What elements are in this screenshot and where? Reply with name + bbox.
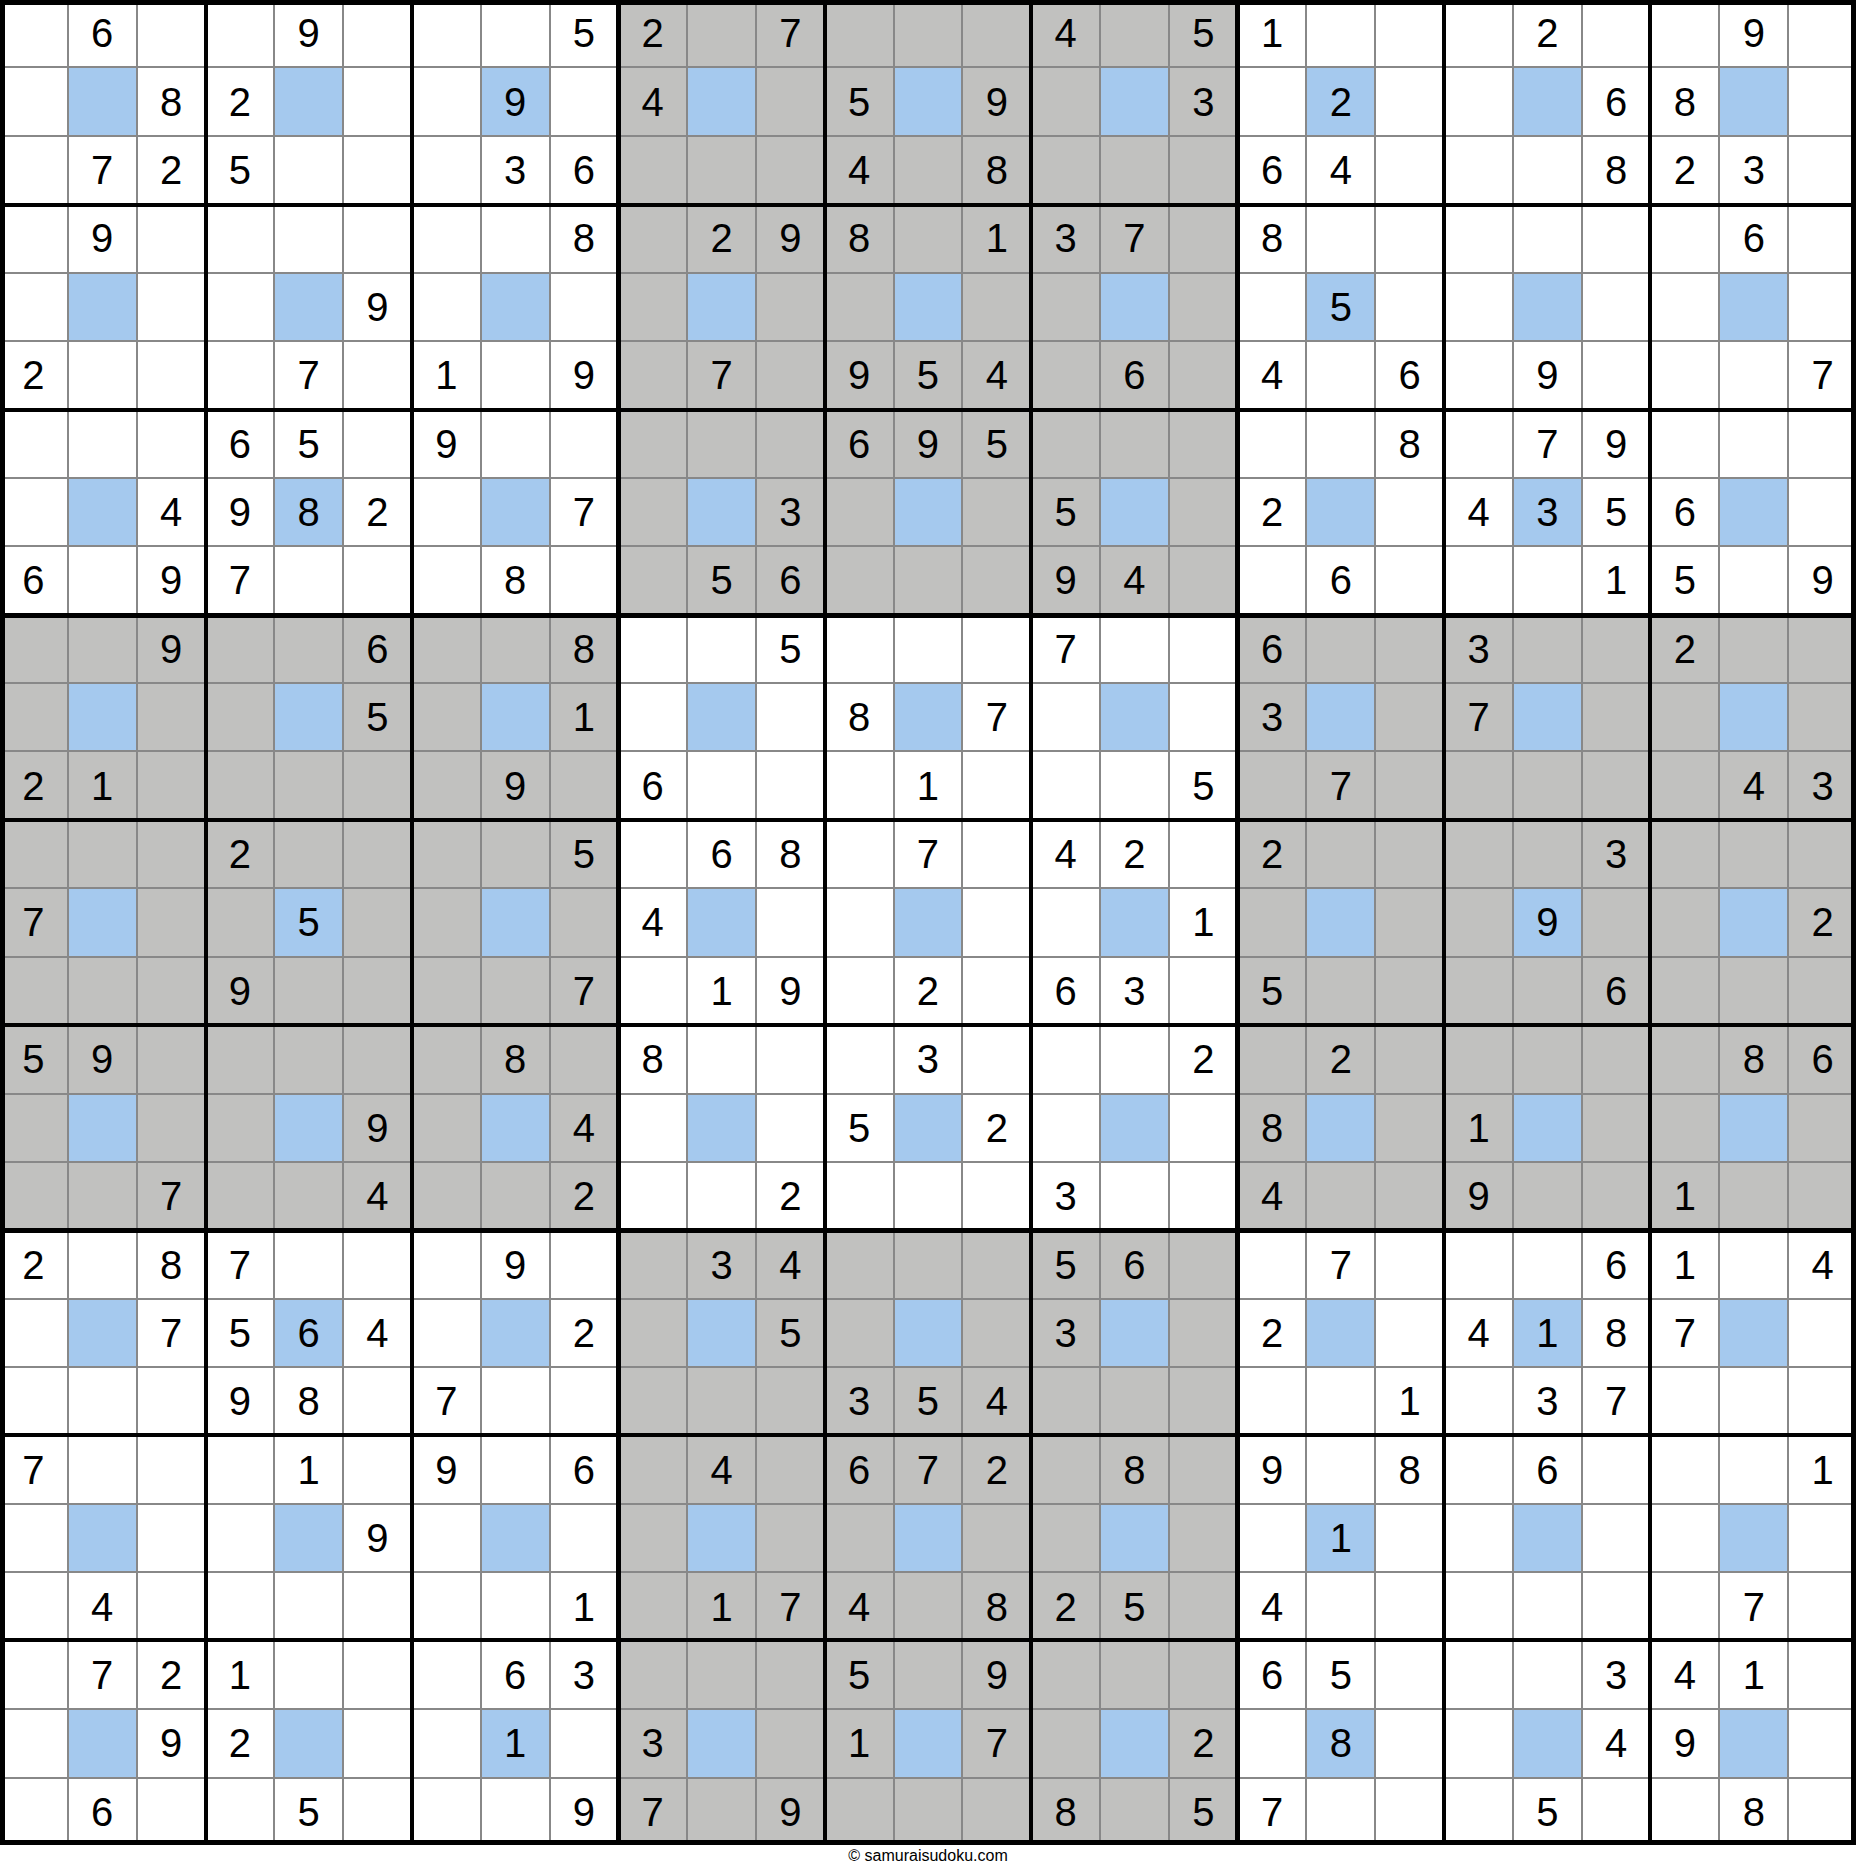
cell-r12c4[interactable] bbox=[275, 821, 342, 887]
center-cell-r7c19[interactable] bbox=[1307, 479, 1374, 545]
center-cell-r16c16[interactable] bbox=[1101, 1095, 1168, 1161]
center-cell-r7c10[interactable] bbox=[688, 479, 755, 545]
cell-r18c22[interactable] bbox=[1514, 1231, 1581, 1297]
cell-r20c7[interactable] bbox=[482, 1368, 549, 1434]
center-cell-r4c25[interactable] bbox=[1720, 274, 1787, 340]
cell-r11c15[interactable] bbox=[1032, 752, 1099, 818]
cell-r8c17[interactable] bbox=[1170, 547, 1237, 613]
cell-r17c13[interactable] bbox=[895, 1163, 962, 1229]
cell-r8c9[interactable] bbox=[619, 547, 686, 613]
cell-r24c10[interactable] bbox=[688, 1642, 755, 1708]
cell-r15c12[interactable] bbox=[826, 1026, 893, 1092]
cell-r23c3[interactable] bbox=[206, 1573, 273, 1639]
cell-r11c20[interactable] bbox=[1376, 752, 1443, 818]
cell-r14c2[interactable] bbox=[138, 958, 205, 1024]
cell-r20c0[interactable] bbox=[0, 1368, 67, 1434]
cell-r16c3[interactable] bbox=[206, 1095, 273, 1161]
cell-r12c6[interactable] bbox=[413, 821, 480, 887]
cell-r17c20[interactable] bbox=[1376, 1163, 1443, 1229]
center-cell-r13c13[interactable] bbox=[895, 889, 962, 955]
center-cell-r22c25[interactable] bbox=[1720, 1505, 1787, 1571]
cell-r8c13[interactable] bbox=[895, 547, 962, 613]
cell-r12c26[interactable] bbox=[1789, 821, 1856, 887]
cell-r9c14[interactable] bbox=[963, 616, 1030, 682]
cell-r15c23[interactable] bbox=[1583, 1026, 1650, 1092]
cell-r24c21[interactable] bbox=[1445, 1642, 1512, 1708]
cell-r13c5[interactable] bbox=[344, 889, 411, 955]
center-cell-r25c25[interactable] bbox=[1720, 1710, 1787, 1776]
cell-r11c12[interactable] bbox=[826, 752, 893, 818]
cell-r12c14[interactable] bbox=[963, 821, 1030, 887]
cell-r15c14[interactable] bbox=[963, 1026, 1030, 1092]
cell-r26c12[interactable] bbox=[826, 1779, 893, 1845]
cell-r6c7[interactable] bbox=[482, 410, 549, 476]
cell-r20c1[interactable] bbox=[69, 1368, 136, 1434]
cell-r25c8[interactable] bbox=[551, 1710, 618, 1776]
cell-r18c21[interactable] bbox=[1445, 1231, 1512, 1297]
cell-r2c17[interactable] bbox=[1170, 137, 1237, 203]
cell-r17c1[interactable] bbox=[69, 1163, 136, 1229]
cell-r22c0[interactable] bbox=[0, 1505, 67, 1571]
cell-r1c15[interactable] bbox=[1032, 68, 1099, 134]
cell-r5c7[interactable] bbox=[482, 342, 549, 408]
cell-r7c12[interactable] bbox=[826, 479, 893, 545]
cell-r7c26[interactable] bbox=[1789, 479, 1856, 545]
cell-r9c0[interactable] bbox=[0, 616, 67, 682]
cell-r17c22[interactable] bbox=[1514, 1163, 1581, 1229]
center-cell-r10c25[interactable] bbox=[1720, 684, 1787, 750]
cell-r12c21[interactable] bbox=[1445, 821, 1512, 887]
cell-r14c24[interactable] bbox=[1652, 958, 1719, 1024]
center-cell-r13c1[interactable] bbox=[69, 889, 136, 955]
cell-r12c5[interactable] bbox=[344, 821, 411, 887]
cell-r6c25[interactable] bbox=[1720, 410, 1787, 476]
center-cell-r1c4[interactable] bbox=[275, 68, 342, 134]
cell-r21c24[interactable] bbox=[1652, 1437, 1719, 1503]
center-cell-r4c7[interactable] bbox=[482, 274, 549, 340]
cell-r0c6[interactable] bbox=[413, 0, 480, 66]
cell-r15c24[interactable] bbox=[1652, 1026, 1719, 1092]
cell-r18c18[interactable] bbox=[1239, 1231, 1306, 1297]
cell-r17c12[interactable] bbox=[826, 1163, 893, 1229]
cell-r23c13[interactable] bbox=[895, 1573, 962, 1639]
cell-r14c5[interactable] bbox=[344, 958, 411, 1024]
cell-r17c3[interactable] bbox=[206, 1163, 273, 1229]
cell-r24c13[interactable] bbox=[895, 1642, 962, 1708]
cell-r6c15[interactable] bbox=[1032, 410, 1099, 476]
cell-r10c17[interactable] bbox=[1170, 684, 1237, 750]
cell-r24c15[interactable] bbox=[1032, 1642, 1099, 1708]
cell-r20c8[interactable] bbox=[551, 1368, 618, 1434]
cell-r1c0[interactable] bbox=[0, 68, 67, 134]
cell-r17c19[interactable] bbox=[1307, 1163, 1374, 1229]
cell-r24c5[interactable] bbox=[344, 1642, 411, 1708]
cell-r17c16[interactable] bbox=[1101, 1163, 1168, 1229]
cell-r15c20[interactable] bbox=[1376, 1026, 1443, 1092]
cell-r4c15[interactable] bbox=[1032, 274, 1099, 340]
cell-r15c3[interactable] bbox=[206, 1026, 273, 1092]
cell-r0c26[interactable] bbox=[1789, 0, 1856, 66]
cell-r3c4[interactable] bbox=[275, 205, 342, 271]
cell-r20c25[interactable] bbox=[1720, 1368, 1787, 1434]
cell-r7c17[interactable] bbox=[1170, 479, 1237, 545]
cell-r4c3[interactable] bbox=[206, 274, 273, 340]
center-cell-r1c10[interactable] bbox=[688, 68, 755, 134]
cell-r13c18[interactable] bbox=[1239, 889, 1306, 955]
cell-r9c4[interactable] bbox=[275, 616, 342, 682]
cell-r25c20[interactable] bbox=[1376, 1710, 1443, 1776]
cell-r12c0[interactable] bbox=[0, 821, 67, 887]
cell-r1c21[interactable] bbox=[1445, 68, 1512, 134]
cell-r14c9[interactable] bbox=[619, 958, 686, 1024]
cell-r14c17[interactable] bbox=[1170, 958, 1237, 1024]
center-cell-r16c7[interactable] bbox=[482, 1095, 549, 1161]
center-cell-r4c13[interactable] bbox=[895, 274, 962, 340]
cell-r21c3[interactable] bbox=[206, 1437, 273, 1503]
cell-r1c11[interactable] bbox=[757, 68, 824, 134]
cell-r15c4[interactable] bbox=[275, 1026, 342, 1092]
cell-r3c26[interactable] bbox=[1789, 205, 1856, 271]
cell-r9c9[interactable] bbox=[619, 616, 686, 682]
cell-r9c6[interactable] bbox=[413, 616, 480, 682]
center-cell-r10c19[interactable] bbox=[1307, 684, 1374, 750]
cell-r10c24[interactable] bbox=[1652, 684, 1719, 750]
cell-r2c9[interactable] bbox=[619, 137, 686, 203]
cell-r12c19[interactable] bbox=[1307, 821, 1374, 887]
cell-r8c8[interactable] bbox=[551, 547, 618, 613]
cell-r21c2[interactable] bbox=[138, 1437, 205, 1503]
center-cell-r1c16[interactable] bbox=[1101, 68, 1168, 134]
center-cell-r16c4[interactable] bbox=[275, 1095, 342, 1161]
cell-r18c12[interactable] bbox=[826, 1231, 893, 1297]
cell-r18c5[interactable] bbox=[344, 1231, 411, 1297]
cell-r22c12[interactable] bbox=[826, 1505, 893, 1571]
cell-r2c26[interactable] bbox=[1789, 137, 1856, 203]
cell-r6c17[interactable] bbox=[1170, 410, 1237, 476]
cell-r11c4[interactable] bbox=[275, 752, 342, 818]
cell-r22c9[interactable] bbox=[619, 1505, 686, 1571]
cell-r24c16[interactable] bbox=[1101, 1642, 1168, 1708]
cell-r4c6[interactable] bbox=[413, 274, 480, 340]
cell-r10c9[interactable] bbox=[619, 684, 686, 750]
cell-r0c2[interactable] bbox=[138, 0, 205, 66]
cell-r8c20[interactable] bbox=[1376, 547, 1443, 613]
cell-r11c18[interactable] bbox=[1239, 752, 1306, 818]
cell-r3c7[interactable] bbox=[482, 205, 549, 271]
cell-r8c5[interactable] bbox=[344, 547, 411, 613]
cell-r11c22[interactable] bbox=[1514, 752, 1581, 818]
cell-r22c23[interactable] bbox=[1583, 1505, 1650, 1571]
cell-r21c23[interactable] bbox=[1583, 1437, 1650, 1503]
cell-r21c11[interactable] bbox=[757, 1437, 824, 1503]
cell-r17c6[interactable] bbox=[413, 1163, 480, 1229]
cell-r11c16[interactable] bbox=[1101, 752, 1168, 818]
cell-r20c24[interactable] bbox=[1652, 1368, 1719, 1434]
cell-r23c6[interactable] bbox=[413, 1573, 480, 1639]
cell-r11c21[interactable] bbox=[1445, 752, 1512, 818]
cell-r6c16[interactable] bbox=[1101, 410, 1168, 476]
cell-r12c22[interactable] bbox=[1514, 821, 1581, 887]
cell-r10c2[interactable] bbox=[138, 684, 205, 750]
cell-r3c21[interactable] bbox=[1445, 205, 1512, 271]
cell-r26c23[interactable] bbox=[1583, 1779, 1650, 1845]
cell-r2c16[interactable] bbox=[1101, 137, 1168, 203]
cell-r21c25[interactable] bbox=[1720, 1437, 1787, 1503]
cell-r16c17[interactable] bbox=[1170, 1095, 1237, 1161]
cell-r20c10[interactable] bbox=[688, 1368, 755, 1434]
center-cell-r13c10[interactable] bbox=[688, 889, 755, 955]
cell-r13c6[interactable] bbox=[413, 889, 480, 955]
cell-r0c5[interactable] bbox=[344, 0, 411, 66]
center-cell-r1c22[interactable] bbox=[1514, 68, 1581, 134]
center-cell-r25c22[interactable] bbox=[1514, 1710, 1581, 1776]
cell-r1c5[interactable] bbox=[344, 68, 411, 134]
cell-r19c0[interactable] bbox=[0, 1300, 67, 1366]
cell-r0c13[interactable] bbox=[895, 0, 962, 66]
cell-r10c6[interactable] bbox=[413, 684, 480, 750]
cell-r2c5[interactable] bbox=[344, 137, 411, 203]
cell-r12c2[interactable] bbox=[138, 821, 205, 887]
cell-r26c16[interactable] bbox=[1101, 1779, 1168, 1845]
cell-r10c20[interactable] bbox=[1376, 684, 1443, 750]
cell-r15c5[interactable] bbox=[344, 1026, 411, 1092]
cell-r6c9[interactable] bbox=[619, 410, 686, 476]
cell-r23c20[interactable] bbox=[1376, 1573, 1443, 1639]
cell-r2c4[interactable] bbox=[275, 137, 342, 203]
center-cell-r19c7[interactable] bbox=[482, 1300, 549, 1366]
cell-r14c25[interactable] bbox=[1720, 958, 1787, 1024]
cell-r11c14[interactable] bbox=[963, 752, 1030, 818]
cell-r19c17[interactable] bbox=[1170, 1300, 1237, 1366]
cell-r11c2[interactable] bbox=[138, 752, 205, 818]
cell-r20c5[interactable] bbox=[344, 1368, 411, 1434]
cell-r17c25[interactable] bbox=[1720, 1163, 1787, 1229]
cell-r18c13[interactable] bbox=[895, 1231, 962, 1297]
cell-r1c20[interactable] bbox=[1376, 68, 1443, 134]
cell-r8c6[interactable] bbox=[413, 547, 480, 613]
cell-r17c9[interactable] bbox=[619, 1163, 686, 1229]
cell-r11c3[interactable] bbox=[206, 752, 273, 818]
cell-r11c24[interactable] bbox=[1652, 752, 1719, 818]
cell-r9c22[interactable] bbox=[1514, 616, 1581, 682]
cell-r13c3[interactable] bbox=[206, 889, 273, 955]
cell-r1c18[interactable] bbox=[1239, 68, 1306, 134]
cell-r2c11[interactable] bbox=[757, 137, 824, 203]
center-cell-r10c10[interactable] bbox=[688, 684, 755, 750]
cell-r9c7[interactable] bbox=[482, 616, 549, 682]
cell-r2c6[interactable] bbox=[413, 137, 480, 203]
cell-r26c2[interactable] bbox=[138, 1779, 205, 1845]
cell-r26c26[interactable] bbox=[1789, 1779, 1856, 1845]
cell-r10c0[interactable] bbox=[0, 684, 67, 750]
cell-r18c17[interactable] bbox=[1170, 1231, 1237, 1297]
cell-r16c2[interactable] bbox=[138, 1095, 205, 1161]
cell-r3c9[interactable] bbox=[619, 205, 686, 271]
cell-r23c2[interactable] bbox=[138, 1573, 205, 1639]
cell-r15c21[interactable] bbox=[1445, 1026, 1512, 1092]
cell-r12c25[interactable] bbox=[1720, 821, 1787, 887]
cell-r20c19[interactable] bbox=[1307, 1368, 1374, 1434]
cell-r17c23[interactable] bbox=[1583, 1163, 1650, 1229]
cell-r5c15[interactable] bbox=[1032, 342, 1099, 408]
cell-r23c0[interactable] bbox=[0, 1573, 67, 1639]
cell-r14c1[interactable] bbox=[69, 958, 136, 1024]
cell-r9c13[interactable] bbox=[895, 616, 962, 682]
center-cell-r16c10[interactable] bbox=[688, 1095, 755, 1161]
cell-r7c14[interactable] bbox=[963, 479, 1030, 545]
cell-r26c19[interactable] bbox=[1307, 1779, 1374, 1845]
cell-r15c6[interactable] bbox=[413, 1026, 480, 1092]
cell-r13c14[interactable] bbox=[963, 889, 1030, 955]
cell-r8c25[interactable] bbox=[1720, 547, 1787, 613]
cell-r1c6[interactable] bbox=[413, 68, 480, 134]
cell-r5c11[interactable] bbox=[757, 342, 824, 408]
cell-r4c17[interactable] bbox=[1170, 274, 1237, 340]
cell-r5c17[interactable] bbox=[1170, 342, 1237, 408]
cell-r14c12[interactable] bbox=[826, 958, 893, 1024]
cell-r20c11[interactable] bbox=[757, 1368, 824, 1434]
cell-r22c21[interactable] bbox=[1445, 1505, 1512, 1571]
cell-r4c18[interactable] bbox=[1239, 274, 1306, 340]
cell-r24c4[interactable] bbox=[275, 1642, 342, 1708]
cell-r8c21[interactable] bbox=[1445, 547, 1512, 613]
cell-r5c3[interactable] bbox=[206, 342, 273, 408]
cell-r3c3[interactable] bbox=[206, 205, 273, 271]
cell-r15c18[interactable] bbox=[1239, 1026, 1306, 1092]
cell-r17c26[interactable] bbox=[1789, 1163, 1856, 1229]
cell-r20c21[interactable] bbox=[1445, 1368, 1512, 1434]
cell-r0c23[interactable] bbox=[1583, 0, 1650, 66]
cell-r0c21[interactable] bbox=[1445, 0, 1512, 66]
cell-r9c16[interactable] bbox=[1101, 616, 1168, 682]
cell-r5c5[interactable] bbox=[344, 342, 411, 408]
cell-r7c20[interactable] bbox=[1376, 479, 1443, 545]
cell-r6c26[interactable] bbox=[1789, 410, 1856, 476]
cell-r6c0[interactable] bbox=[0, 410, 67, 476]
center-cell-r10c4[interactable] bbox=[275, 684, 342, 750]
cell-r5c2[interactable] bbox=[138, 342, 205, 408]
cell-r12c17[interactable] bbox=[1170, 821, 1237, 887]
center-cell-r16c1[interactable] bbox=[69, 1095, 136, 1161]
cell-r19c14[interactable] bbox=[963, 1300, 1030, 1366]
cell-r6c8[interactable] bbox=[551, 410, 618, 476]
center-cell-r25c1[interactable] bbox=[69, 1710, 136, 1776]
cell-r5c19[interactable] bbox=[1307, 342, 1374, 408]
cell-r10c23[interactable] bbox=[1583, 684, 1650, 750]
cell-r11c8[interactable] bbox=[551, 752, 618, 818]
center-cell-r19c13[interactable] bbox=[895, 1300, 962, 1366]
center-cell-r1c1[interactable] bbox=[69, 68, 136, 134]
cell-r9c12[interactable] bbox=[826, 616, 893, 682]
cell-r19c12[interactable] bbox=[826, 1300, 893, 1366]
cell-r4c12[interactable] bbox=[826, 274, 893, 340]
cell-r2c21[interactable] bbox=[1445, 137, 1512, 203]
cell-r22c17[interactable] bbox=[1170, 1505, 1237, 1571]
cell-r18c14[interactable] bbox=[963, 1231, 1030, 1297]
cell-r19c20[interactable] bbox=[1376, 1300, 1443, 1366]
cell-r18c25[interactable] bbox=[1720, 1231, 1787, 1297]
cell-r0c7[interactable] bbox=[482, 0, 549, 66]
cell-r0c3[interactable] bbox=[206, 0, 273, 66]
cell-r4c24[interactable] bbox=[1652, 274, 1719, 340]
cell-r14c6[interactable] bbox=[413, 958, 480, 1024]
cell-r18c6[interactable] bbox=[413, 1231, 480, 1297]
center-cell-r25c16[interactable] bbox=[1101, 1710, 1168, 1776]
cell-r24c22[interactable] bbox=[1514, 1642, 1581, 1708]
cell-r26c24[interactable] bbox=[1652, 1779, 1719, 1845]
cell-r26c14[interactable] bbox=[963, 1779, 1030, 1845]
center-cell-r19c16[interactable] bbox=[1101, 1300, 1168, 1366]
center-cell-r22c7[interactable] bbox=[482, 1505, 549, 1571]
cell-r23c19[interactable] bbox=[1307, 1573, 1374, 1639]
center-cell-r19c25[interactable] bbox=[1720, 1300, 1787, 1366]
cell-r25c11[interactable] bbox=[757, 1710, 824, 1776]
cell-r13c2[interactable] bbox=[138, 889, 205, 955]
cell-r25c0[interactable] bbox=[0, 1710, 67, 1776]
cell-r20c2[interactable] bbox=[138, 1368, 205, 1434]
cell-r22c6[interactable] bbox=[413, 1505, 480, 1571]
cell-r3c22[interactable] bbox=[1514, 205, 1581, 271]
cell-r15c10[interactable] bbox=[688, 1026, 755, 1092]
cell-r4c23[interactable] bbox=[1583, 274, 1650, 340]
cell-r3c24[interactable] bbox=[1652, 205, 1719, 271]
cell-r13c23[interactable] bbox=[1583, 889, 1650, 955]
cell-r23c23[interactable] bbox=[1583, 1573, 1650, 1639]
cell-r5c25[interactable] bbox=[1720, 342, 1787, 408]
cell-r24c20[interactable] bbox=[1376, 1642, 1443, 1708]
cell-r20c15[interactable] bbox=[1032, 1368, 1099, 1434]
cell-r22c11[interactable] bbox=[757, 1505, 824, 1571]
cell-r3c6[interactable] bbox=[413, 205, 480, 271]
cell-r24c26[interactable] bbox=[1789, 1642, 1856, 1708]
cell-r11c5[interactable] bbox=[344, 752, 411, 818]
cell-r5c23[interactable] bbox=[1583, 342, 1650, 408]
cell-r10c3[interactable] bbox=[206, 684, 273, 750]
center-cell-r22c13[interactable] bbox=[895, 1505, 962, 1571]
cell-r6c5[interactable] bbox=[344, 410, 411, 476]
cell-r13c12[interactable] bbox=[826, 889, 893, 955]
center-cell-r19c19[interactable] bbox=[1307, 1300, 1374, 1366]
cell-r16c11[interactable] bbox=[757, 1095, 824, 1161]
cell-r5c24[interactable] bbox=[1652, 342, 1719, 408]
cell-r0c14[interactable] bbox=[963, 0, 1030, 66]
cell-r21c15[interactable] bbox=[1032, 1437, 1099, 1503]
cell-r1c8[interactable] bbox=[551, 68, 618, 134]
cell-r20c16[interactable] bbox=[1101, 1368, 1168, 1434]
center-cell-r13c25[interactable] bbox=[1720, 889, 1787, 955]
cell-r9c26[interactable] bbox=[1789, 616, 1856, 682]
cell-r6c10[interactable] bbox=[688, 410, 755, 476]
cell-r25c6[interactable] bbox=[413, 1710, 480, 1776]
cell-r25c15[interactable] bbox=[1032, 1710, 1099, 1776]
cell-r15c22[interactable] bbox=[1514, 1026, 1581, 1092]
cell-r0c0[interactable] bbox=[0, 0, 67, 66]
center-cell-r7c1[interactable] bbox=[69, 479, 136, 545]
cell-r15c2[interactable] bbox=[138, 1026, 205, 1092]
cell-r10c26[interactable] bbox=[1789, 684, 1856, 750]
center-cell-r10c13[interactable] bbox=[895, 684, 962, 750]
center-cell-r4c10[interactable] bbox=[688, 274, 755, 340]
cell-r13c24[interactable] bbox=[1652, 889, 1719, 955]
cell-r9c3[interactable] bbox=[206, 616, 273, 682]
cell-r23c4[interactable] bbox=[275, 1573, 342, 1639]
cell-r14c21[interactable] bbox=[1445, 958, 1512, 1024]
center-cell-r4c4[interactable] bbox=[275, 274, 342, 340]
cell-r9c10[interactable] bbox=[688, 616, 755, 682]
cell-r16c6[interactable] bbox=[413, 1095, 480, 1161]
cell-r24c11[interactable] bbox=[757, 1642, 824, 1708]
cell-r12c7[interactable] bbox=[482, 821, 549, 887]
